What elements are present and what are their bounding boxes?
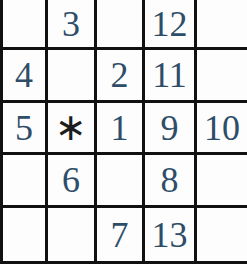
cell-r1c4[interactable]: 12 <box>145 0 197 50</box>
cell-r1c3[interactable] <box>97 0 145 50</box>
cell-r1c5[interactable] <box>197 0 247 50</box>
cell-r2c3[interactable]: 2 <box>97 50 145 103</box>
cell-r5c2[interactable] <box>48 208 97 264</box>
cell-r3c1[interactable]: 5 <box>3 103 48 155</box>
cell-r2c1[interactable]: 4 <box>3 50 48 103</box>
cell-r5c5[interactable] <box>197 208 247 264</box>
cell-r4c1[interactable] <box>3 155 48 208</box>
cell-r2c4[interactable]: 11 <box>145 50 197 103</box>
cell-r5c3[interactable]: 7 <box>97 208 145 264</box>
cell-r4c4[interactable]: 8 <box>145 155 197 208</box>
star-cell[interactable]: ∗ <box>48 103 97 155</box>
cell-r3c4[interactable]: 9 <box>145 103 197 155</box>
cell-r5c4[interactable]: 13 <box>145 208 197 264</box>
cell-r1c2[interactable]: 3 <box>48 0 97 50</box>
cell-r4c5[interactable] <box>197 155 247 208</box>
puzzle-page: 3 12 4 2 11 5 ∗ 1 9 10 6 8 7 13 <box>0 0 247 270</box>
cell-r3c3[interactable]: 1 <box>97 103 145 155</box>
cell-r1c1[interactable] <box>3 0 48 50</box>
cell-r3c5[interactable]: 10 <box>197 103 247 155</box>
cell-r5c1[interactable] <box>3 208 48 264</box>
cell-r4c3[interactable] <box>97 155 145 208</box>
cell-r4c2[interactable]: 6 <box>48 155 97 208</box>
cell-r2c5[interactable] <box>197 50 247 103</box>
cell-r2c2[interactable] <box>48 50 97 103</box>
puzzle-board: 3 12 4 2 11 5 ∗ 1 9 10 6 8 7 13 <box>0 0 247 264</box>
